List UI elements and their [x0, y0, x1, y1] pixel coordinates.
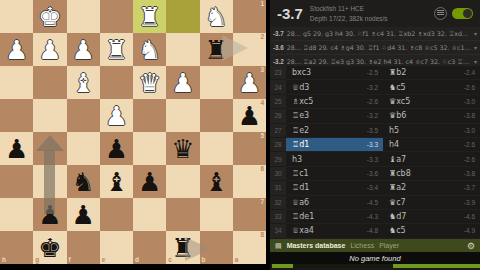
move-san[interactable]: ♖de1 — [292, 212, 367, 221]
chevron-down-icon[interactable]: ▾ — [474, 58, 477, 65]
square-h4[interactable] — [0, 99, 33, 132]
move-row-24: 24♕d3-3.2♞c5-2.6 — [270, 80, 480, 94]
square-h6[interactable] — [0, 165, 33, 198]
move-number: 25 — [270, 95, 286, 109]
white-piece-b1[interactable]: ♞ — [204, 4, 227, 30]
black-move-cell[interactable]: ♜cb8-3.8 — [383, 167, 480, 181]
square-h1[interactable] — [0, 0, 33, 33]
black-move-cell[interactable]: ♝a7-2.6 — [383, 152, 480, 166]
square-a6[interactable]: 6 — [233, 165, 266, 198]
move-eval: -3.0 — [464, 98, 475, 105]
white-piece-g1[interactable]: ♚ — [38, 4, 61, 30]
move-san[interactable]: ♝a7 — [389, 155, 464, 164]
square-a1[interactable]: 1 — [233, 0, 266, 33]
move-san[interactable]: ♖e2 — [292, 126, 367, 135]
move-san[interactable]: ♖c1 — [292, 169, 367, 178]
square-c6[interactable] — [166, 165, 199, 198]
move-san[interactable]: ♞c5 — [389, 226, 464, 235]
move-number: 33 — [270, 210, 286, 224]
engine-name: Stockfish 11+ HCE — [310, 5, 364, 12]
progress-segment — [393, 264, 480, 268]
chevron-down-icon[interactable]: ▾ — [474, 30, 477, 37]
move-eval: -3.3 — [367, 156, 378, 163]
move-san[interactable]: h4 — [389, 140, 464, 149]
move-san[interactable]: ♕d3 — [292, 83, 367, 92]
square-f7[interactable]: ♟ — [67, 198, 100, 231]
white-move-cell[interactable]: ♕xa4-4.8 — [286, 224, 383, 238]
move-row-30: 30♖c1-3.6♜cb8-3.8 — [270, 167, 480, 181]
square-e3[interactable] — [100, 66, 133, 99]
file-label: e — [102, 257, 106, 264]
black-move-cell[interactable]: ♜a2-3.7 — [383, 181, 480, 195]
rank-label: 4 — [260, 100, 264, 107]
rank-label: 7 — [260, 199, 264, 206]
white-move-cell[interactable]: ♖e2-3.5 — [286, 124, 383, 138]
black-piece-d6[interactable]: ♟ — [138, 169, 161, 195]
play-overlay-icon — [222, 35, 248, 61]
move-san[interactable]: ♞d7 — [389, 212, 464, 221]
square-a8[interactable]: 8a — [233, 231, 266, 264]
square-c1[interactable] — [166, 0, 199, 33]
square-h5[interactable]: ♟ — [0, 132, 33, 165]
square-d5[interactable] — [133, 132, 166, 165]
move-san[interactable]: h5 — [389, 126, 464, 135]
pv-moves[interactable]: 28... ♖d8 29. c4 ♗g4 30. ♖f1 ♘d4 31. ♗c8… — [287, 44, 472, 51]
square-c7[interactable] — [166, 198, 199, 231]
move-row-32: 32♕a6-4.5♛c7-3.9 — [270, 196, 480, 210]
square-f6[interactable]: ♞ — [67, 165, 100, 198]
square-f5[interactable] — [67, 132, 100, 165]
gear-icon[interactable]: ⚙ — [467, 241, 475, 251]
white-piece-g2[interactable]: ♟ — [38, 37, 61, 63]
move-number: 34 — [270, 224, 286, 238]
white-piece-d3[interactable]: ♛ — [138, 70, 161, 96]
move-san[interactable]: h3 — [292, 155, 367, 164]
square-c3[interactable]: ♟ — [166, 66, 199, 99]
move-eval: -3.8 — [464, 112, 475, 119]
square-g1[interactable]: ♚ — [33, 0, 66, 33]
square-a5[interactable]: 5 — [233, 132, 266, 165]
move-eval: -2.6 — [367, 98, 378, 105]
rank-label: 8 — [260, 232, 264, 239]
explorer-status: No game found — [270, 252, 480, 264]
move-eval: -3.3 — [367, 141, 378, 148]
square-g2[interactable]: ♟ — [33, 33, 66, 66]
white-piece-f2[interactable]: ♟ — [71, 37, 94, 63]
square-c4[interactable] — [166, 99, 199, 132]
move-eval: -3.9 — [464, 199, 475, 206]
square-b7[interactable] — [200, 198, 233, 231]
move-eval: -3.5 — [367, 127, 378, 134]
file-label: a — [235, 257, 239, 264]
square-g4[interactable] — [33, 99, 66, 132]
move-san[interactable]: ♖e3 — [292, 111, 367, 120]
square-b6[interactable]: ♝ — [200, 165, 233, 198]
analysis-screen: ♚♜♞1♟♟♟♜♞♜2♝♛♟♟3♟♟4♟♟♛5♞♝♟♝6♟♟7h♚gfed♜cb… — [0, 0, 480, 270]
move-number: 29 — [270, 152, 286, 166]
move-number: 30 — [270, 167, 286, 181]
square-d6[interactable]: ♟ — [133, 165, 166, 198]
black-move-cell[interactable]: ♞c5-4.9 — [383, 224, 480, 238]
square-f1[interactable] — [67, 0, 100, 33]
move-eval: -4.3 — [367, 213, 378, 220]
black-piece-g8[interactable]: ♚ — [38, 235, 61, 261]
black-move-cell[interactable]: ♛c7-3.9 — [383, 196, 480, 210]
file-label: c — [168, 257, 172, 264]
explorer-title[interactable]: Masters database — [287, 242, 346, 249]
engine-info: Stockfish 11+ HCE Depth 17/22, 382k node… — [310, 4, 434, 24]
move-number: 32 — [270, 196, 286, 210]
white-piece-e2[interactable]: ♜ — [105, 37, 128, 63]
white-piece-a3[interactable]: ♟ — [238, 70, 261, 96]
move-san[interactable]: ♜a2 — [389, 183, 464, 192]
rank-label: 5 — [260, 133, 264, 140]
move-san[interactable]: ♞c5 — [389, 83, 464, 92]
square-f3[interactable]: ♝ — [67, 66, 100, 99]
move-number: 31 — [270, 181, 286, 195]
move-eval: -4.6 — [464, 213, 475, 220]
move-eval: -2.6 — [464, 84, 475, 91]
black-move-cell[interactable]: h4-2.6 — [383, 138, 480, 152]
square-a4[interactable]: ♟4 — [233, 99, 266, 132]
pv-row-1[interactable]: -3.728... g5 29. g3 h4 30. ♘f1 ♗c4 31. ♖… — [270, 27, 480, 41]
square-e4[interactable]: ♟ — [100, 99, 133, 132]
square-b4[interactable] — [200, 99, 233, 132]
engine-depth: Depth 17/22, 382k nodes/s — [310, 15, 388, 22]
move-san[interactable]: ♗xc5 — [292, 97, 367, 106]
tab-player[interactable]: Player — [379, 242, 399, 249]
square-h2[interactable]: ♟ — [0, 33, 33, 66]
white-piece-c3[interactable]: ♟ — [171, 70, 194, 96]
square-g8[interactable]: ♚g — [33, 231, 66, 264]
pv-eval: -3.6 — [273, 44, 284, 51]
square-c2[interactable] — [166, 33, 199, 66]
white-piece-e4[interactable]: ♟ — [105, 103, 128, 129]
square-e7[interactable] — [100, 198, 133, 231]
square-b1[interactable]: ♞ — [200, 0, 233, 33]
black-piece-e5[interactable]: ♟ — [105, 136, 128, 162]
square-h8[interactable]: h — [0, 231, 33, 264]
white-move-cell[interactable]: ♖c1-3.6 — [286, 167, 383, 181]
square-h7[interactable] — [0, 198, 33, 231]
explorer-bar[interactable]: ▤ Masters database Lichess Player ⚙ — [270, 239, 480, 252]
square-b5[interactable] — [200, 132, 233, 165]
square-f2[interactable]: ♟ — [67, 33, 100, 66]
move-san[interactable]: ♕a6 — [292, 198, 367, 207]
move-eval: -3.4 — [367, 184, 378, 191]
white-piece-f3[interactable]: ♝ — [71, 70, 94, 96]
engine-toggle[interactable] — [452, 8, 473, 19]
white-move-cell[interactable]: ♖de1-4.3 — [286, 210, 383, 224]
white-move-cell[interactable]: ♗xc5-2.6 — [286, 95, 383, 109]
move-san[interactable]: ♛xc5 — [389, 97, 464, 106]
progress-bar — [270, 264, 480, 268]
black-piece-b6[interactable]: ♝ — [204, 169, 227, 195]
move-number: 26 — [270, 109, 286, 123]
move-san[interactable]: ♖d1 — [292, 183, 367, 192]
black-piece-c5[interactable]: ♛ — [171, 136, 194, 162]
pv-row-2[interactable]: -3.628... ♖d8 29. c4 ♗g4 30. ♖f1 ♘d4 31.… — [270, 41, 480, 55]
square-c5[interactable]: ♛ — [166, 132, 199, 165]
move-eval: -3.8 — [464, 170, 475, 177]
black-piece-h5[interactable]: ♟ — [5, 136, 28, 162]
move-san[interactable]: ♛c7 — [389, 198, 464, 207]
move-row-34: 34♕xa4-4.8♞c5-4.9 — [270, 224, 480, 238]
white-move-cell[interactable]: ♖d1-3.4 — [286, 181, 383, 195]
pv-moves[interactable]: 28... ♖a2 29. ♖e3 g3 30. ♗e2 h4 31. c4 ♕… — [287, 58, 472, 65]
square-e2[interactable]: ♜ — [100, 33, 133, 66]
white-piece-d2[interactable]: ♞ — [138, 37, 161, 63]
square-h3[interactable] — [0, 66, 33, 99]
file-label: g — [35, 257, 39, 264]
evaluation-value: -3.7 — [277, 5, 303, 22]
move-eval: -2.6 — [464, 141, 475, 148]
analysis-panel: -3.7 Stockfish 11+ HCE Depth 17/22, 382k… — [270, 0, 480, 270]
move-row-23: 23bxc3-2.5♜b2-2.4 — [270, 66, 480, 80]
tab-lichess[interactable]: Lichess — [350, 242, 374, 249]
pv-list: -3.728... g5 29. g3 h4 30. ♘f1 ♗c4 31. ♖… — [270, 27, 480, 69]
play-overlay-icon — [185, 237, 211, 261]
square-a3[interactable]: ♟3 — [233, 66, 266, 99]
black-move-cell[interactable]: ♞d7-4.6 — [383, 210, 480, 224]
file-label: h — [2, 257, 6, 264]
black-piece-e6[interactable]: ♝ — [105, 169, 128, 195]
black-move-cell[interactable]: ♜b2-2.4 — [383, 66, 480, 80]
square-e1[interactable] — [100, 0, 133, 33]
white-move-cell[interactable]: ♕a6-4.5 — [286, 196, 383, 210]
move-san[interactable]: ♕xa4 — [292, 226, 367, 235]
move-row-31: 31♖d1-3.4♜a2-3.7 — [270, 181, 480, 195]
black-move-cell[interactable]: ♛xc5-3.0 — [383, 95, 480, 109]
square-d3[interactable]: ♛ — [133, 66, 166, 99]
square-a7[interactable]: 7 — [233, 198, 266, 231]
black-piece-f6[interactable]: ♞ — [71, 169, 94, 195]
move-number: 27 — [270, 124, 286, 138]
move-san[interactable]: ♖d1 — [292, 140, 367, 149]
progress-segment — [272, 264, 293, 268]
move-row-25: 25♗xc5-2.6♛xc5-3.0 — [270, 95, 480, 109]
square-d8[interactable]: d — [133, 231, 166, 264]
black-move-cell[interactable]: h5-3.0 — [383, 124, 480, 138]
move-number: 28 — [270, 138, 286, 152]
white-piece-h2[interactable]: ♟ — [5, 37, 28, 63]
white-move-cell[interactable]: h3-3.3 — [286, 152, 383, 166]
rank-label: 2 — [260, 34, 264, 41]
rank-label: 3 — [260, 67, 264, 74]
pv-eval: -3.2 — [273, 58, 284, 65]
move-eval: -3.7 — [464, 184, 475, 191]
move-eval: -4.9 — [464, 227, 475, 234]
move-row-26: 26♖e3-3.2♛b6-3.8 — [270, 109, 480, 123]
move-list: 23bxc3-2.5♜b2-2.424♕d3-3.2♞c5-2.625♗xc5-… — [270, 66, 480, 239]
black-piece-a4[interactable]: ♟ — [238, 103, 261, 129]
file-label: d — [135, 257, 139, 264]
square-d1[interactable]: ♜ — [133, 0, 166, 33]
engine-arrow-head — [36, 135, 64, 151]
move-number: 23 — [270, 66, 286, 80]
rank-label: 6 — [260, 166, 264, 173]
move-eval: -4.8 — [367, 227, 378, 234]
move-eval: -3.0 — [464, 127, 475, 134]
white-move-cell[interactable]: ♖e3-3.2 — [286, 109, 383, 123]
chevron-down-icon[interactable]: ▾ — [474, 44, 477, 51]
move-san[interactable]: ♜cb8 — [389, 169, 464, 178]
move-row-33: 33♖de1-4.3♞d7-4.6 — [270, 210, 480, 224]
square-g3[interactable] — [33, 66, 66, 99]
move-eval: -2.4 — [464, 69, 475, 76]
square-d7[interactable] — [133, 198, 166, 231]
square-b3[interactable] — [200, 66, 233, 99]
book-icon: ▤ — [275, 242, 282, 250]
move-eval: -3.2 — [367, 112, 378, 119]
black-move-cell[interactable]: ♛b6-3.8 — [383, 109, 480, 123]
move-san[interactable]: ♜b2 — [389, 68, 464, 77]
move-eval: -4.5 — [367, 199, 378, 206]
square-d4[interactable] — [133, 99, 166, 132]
move-number: 24 — [270, 80, 286, 94]
move-san[interactable]: ♛b6 — [389, 111, 464, 120]
engine-header: -3.7 Stockfish 11+ HCE Depth 17/22, 382k… — [270, 0, 480, 28]
black-move-cell[interactable]: ♞c5-2.6 — [383, 80, 480, 94]
move-row-29: 29h3-3.3♝a7-2.6 — [270, 152, 480, 166]
move-eval: -2.6 — [464, 156, 475, 163]
move-eval: -3.2 — [367, 84, 378, 91]
square-f4[interactable] — [67, 99, 100, 132]
square-f8[interactable]: f — [67, 231, 100, 264]
move-row-27: 27♖e2-3.5h5-3.0 — [270, 124, 480, 138]
square-e5[interactable]: ♟ — [100, 132, 133, 165]
black-piece-f7[interactable]: ♟ — [71, 202, 94, 228]
square-e8[interactable]: e — [100, 231, 133, 264]
move-eval: -2.5 — [367, 69, 378, 76]
white-move-cell[interactable]: ♕d3-3.2 — [286, 80, 383, 94]
pv-moves[interactable]: 28... g5 29. g3 h4 30. ♘f1 ♗c4 31. ♖xb2 … — [287, 30, 472, 37]
move-row-28: 28♖d1-3.3h4-2.6 — [270, 138, 480, 152]
white-piece-d1[interactable]: ♜ — [138, 4, 161, 30]
white-move-cell[interactable]: ♖d1-3.3 — [286, 138, 383, 152]
engine-menu-icon[interactable] — [434, 7, 447, 20]
file-label: f — [69, 257, 71, 264]
square-e6[interactable]: ♝ — [100, 165, 133, 198]
rank-label: 1 — [260, 1, 264, 8]
move-eval: -3.6 — [367, 170, 378, 177]
pv-eval: -3.7 — [273, 30, 284, 37]
move-san[interactable]: bxc3 — [292, 68, 367, 77]
square-d2[interactable]: ♞ — [133, 33, 166, 66]
engine-arrow-shaft — [44, 150, 55, 214]
white-move-cell[interactable]: bxc3-2.5 — [286, 66, 383, 80]
